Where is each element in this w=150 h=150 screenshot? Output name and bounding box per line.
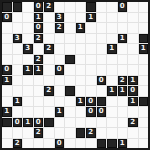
clue-cell-r4c10: 1 — [107, 44, 117, 54]
empty-cell-r12c10[interactable] — [107, 128, 117, 138]
clue-cell-r2c7: 1 — [76, 23, 86, 33]
clue-digit: 0 — [36, 3, 41, 10]
empty-cell-r2c9[interactable] — [97, 23, 107, 33]
empty-cell-r9c6[interactable] — [65, 97, 75, 107]
clue-digit: 0 — [88, 108, 93, 115]
empty-cell-r5c7[interactable] — [76, 55, 86, 65]
clue-digit: 1 — [36, 66, 41, 73]
wall-cell-r13c10 — [107, 139, 117, 149]
clue-cell-r0c3: 0 — [34, 2, 44, 12]
clue-cell-r13c1: 2 — [13, 139, 23, 149]
empty-cell-r4c11[interactable] — [118, 44, 128, 54]
clue-digit: 2 — [46, 45, 51, 52]
empty-cell-r3c7[interactable] — [76, 34, 86, 44]
empty-cell-r10c7[interactable] — [76, 107, 86, 117]
empty-cell-r3c9[interactable] — [97, 34, 107, 44]
empty-cell-r13c12[interactable] — [128, 139, 138, 149]
empty-cell-r5c2[interactable] — [23, 55, 33, 65]
empty-cell-r10c4[interactable] — [44, 107, 54, 117]
clue-digit: 1 — [120, 34, 125, 41]
clue-digit: 0 — [99, 108, 104, 115]
clue-cell-r13c11: 1 — [118, 139, 128, 149]
empty-cell-r11c9[interactable] — [97, 118, 107, 128]
wall-cell-r0c8 — [86, 2, 96, 12]
clue-cell-r0c4: 2 — [44, 2, 54, 12]
empty-cell-r12c0[interactable] — [2, 128, 12, 138]
clue-digit: 2 — [120, 76, 125, 83]
empty-cell-r5c4[interactable] — [44, 55, 54, 65]
empty-cell-r3c10[interactable] — [107, 34, 117, 44]
empty-cell-r4c6[interactable] — [65, 44, 75, 54]
wall-cell-r11c0 — [2, 118, 12, 128]
empty-cell-r5c10[interactable] — [107, 55, 117, 65]
wall-cell-r0c1 — [13, 2, 23, 12]
clue-digit: 1 — [109, 45, 114, 52]
clue-digit: 1 — [120, 139, 125, 146]
clue-cell-r2c3: 0 — [34, 23, 44, 33]
wall-cell-r3c13 — [139, 34, 149, 44]
empty-cell-r4c0[interactable] — [2, 44, 12, 54]
clue-cell-r1c5: 3 — [55, 13, 65, 23]
empty-cell-r2c2[interactable] — [23, 23, 33, 33]
clue-cell-r7c11: 2 — [118, 76, 128, 86]
empty-cell-r12c6[interactable] — [65, 128, 75, 138]
clue-cell-r11c1: 0 — [13, 118, 23, 128]
clue-digit: 0 — [36, 118, 41, 125]
empty-cell-r1c11[interactable] — [118, 13, 128, 23]
empty-cell-r10c10[interactable] — [107, 107, 117, 117]
wall-cell-r9c13 — [139, 97, 149, 107]
empty-cell-r5c13[interactable] — [139, 55, 149, 65]
empty-cell-r2c4[interactable] — [44, 23, 54, 33]
empty-cell-r9c2[interactable] — [23, 97, 33, 107]
wall-cell-r9c9 — [97, 97, 107, 107]
akari-board: 0200131021321321120110102121101101110001… — [0, 0, 150, 150]
clue-digit: 1 — [130, 97, 135, 104]
empty-cell-r6c13[interactable] — [139, 65, 149, 75]
empty-cell-r0c6[interactable] — [65, 2, 75, 12]
empty-cell-r12c12[interactable] — [128, 128, 138, 138]
empty-cell-r12c11[interactable] — [118, 128, 128, 138]
wall-cell-r12c7 — [76, 128, 86, 138]
clue-digit: 1 — [25, 118, 30, 125]
empty-cell-r10c13[interactable] — [139, 107, 149, 117]
empty-cell-r1c9[interactable] — [97, 13, 107, 23]
clue-digit: 1 — [88, 13, 93, 20]
empty-cell-r8c8[interactable] — [86, 86, 96, 96]
wall-cell-r0c0 — [2, 2, 12, 12]
empty-cell-r12c2[interactable] — [23, 128, 33, 138]
clue-cell-r9c8: 0 — [86, 97, 96, 107]
empty-cell-r3c4[interactable] — [44, 34, 54, 44]
empty-cell-r1c4[interactable] — [44, 13, 54, 23]
empty-cell-r4c3[interactable] — [34, 44, 44, 54]
empty-cell-r11c7[interactable] — [76, 118, 86, 128]
empty-cell-r10c11[interactable] — [118, 107, 128, 117]
empty-cell-r2c1[interactable] — [13, 23, 23, 33]
empty-cell-r13c6[interactable] — [65, 139, 75, 149]
empty-cell-r1c7[interactable] — [76, 13, 86, 23]
empty-cell-r7c8[interactable] — [86, 76, 96, 86]
clue-digit: 3 — [57, 13, 62, 20]
empty-cell-r2c12[interactable] — [128, 23, 138, 33]
clue-digit: 1 — [4, 76, 9, 83]
clue-cell-r9c12: 1 — [128, 97, 138, 107]
clue-cell-r6c2: 1 — [23, 65, 33, 75]
clue-cell-r6c3: 1 — [34, 65, 44, 75]
clue-cell-r7c9: 0 — [97, 76, 107, 86]
puzzle-screenshot: 0200131021321321120110102121101101110001… — [0, 0, 150, 150]
empty-cell-r8c0[interactable] — [2, 86, 12, 96]
clue-cell-r9c1: 1 — [13, 97, 23, 107]
clue-cell-r10c8: 0 — [86, 107, 96, 117]
empty-cell-r7c13[interactable] — [139, 76, 149, 86]
clue-digit: 2 — [36, 34, 41, 41]
empty-cell-r1c12[interactable] — [128, 13, 138, 23]
empty-cell-r2c11[interactable] — [118, 23, 128, 33]
empty-cell-r8c7[interactable] — [76, 86, 86, 96]
wall-cell-r13c9 — [97, 139, 107, 149]
clue-digit: 2 — [130, 118, 135, 125]
empty-cell-r11c10[interactable] — [107, 118, 117, 128]
empty-cell-r10c3[interactable] — [34, 107, 44, 117]
empty-cell-r10c2[interactable] — [23, 107, 33, 117]
clue-cell-r13c5: 0 — [55, 139, 65, 149]
empty-cell-r1c13[interactable] — [139, 13, 149, 23]
empty-cell-r5c8[interactable] — [86, 55, 96, 65]
clue-cell-r7c0: 1 — [2, 76, 12, 86]
clue-digit: 0 — [88, 97, 93, 104]
clue-digit: 1 — [36, 13, 41, 20]
clue-digit: 1 — [78, 97, 83, 104]
clue-cell-r11c12: 2 — [128, 118, 138, 128]
empty-cell-r4c5[interactable] — [55, 44, 65, 54]
clue-cell-r8c12: 0 — [128, 86, 138, 96]
empty-cell-r6c11[interactable] — [118, 65, 128, 75]
empty-cell-r12c1[interactable] — [13, 128, 23, 138]
clue-cell-r9c7: 1 — [76, 97, 86, 107]
wall-cell-r8c6 — [65, 86, 75, 96]
clue-digit: 2 — [36, 129, 41, 136]
empty-cell-r0c7[interactable] — [76, 2, 86, 12]
empty-cell-r4c12[interactable] — [128, 44, 138, 54]
clue-cell-r10c5: 1 — [55, 107, 65, 117]
empty-cell-r12c13[interactable] — [139, 128, 149, 138]
empty-cell-r12c9[interactable] — [97, 128, 107, 138]
empty-cell-r4c1[interactable] — [13, 44, 23, 54]
clue-digit: 1 — [25, 66, 30, 73]
clue-cell-r12c3: 2 — [34, 128, 44, 138]
empty-cell-r1c1[interactable] — [13, 13, 23, 23]
clue-digit: 0 — [130, 87, 135, 94]
clue-digit: 1 — [130, 76, 135, 83]
empty-cell-r5c9[interactable] — [97, 55, 107, 65]
clue-cell-r6c0: 0 — [2, 65, 12, 75]
clue-digit: 1 — [78, 24, 83, 31]
empty-cell-r13c4[interactable] — [44, 139, 54, 149]
clue-digit: 0 — [99, 76, 104, 83]
empty-cell-r11c6[interactable] — [65, 118, 75, 128]
empty-cell-r5c11[interactable] — [118, 55, 128, 65]
clue-digit: 1 — [15, 97, 20, 104]
clue-digit: 2 — [46, 3, 51, 10]
clue-digit: 0 — [15, 118, 20, 125]
empty-cell-r2c6[interactable] — [65, 23, 75, 33]
empty-cell-r0c5[interactable] — [55, 2, 65, 12]
empty-cell-r11c13[interactable] — [139, 118, 149, 128]
clue-cell-r4c2: 3 — [23, 44, 33, 54]
empty-cell-r13c0[interactable] — [2, 139, 12, 149]
empty-cell-r1c10[interactable] — [107, 13, 117, 23]
empty-cell-r3c12[interactable] — [128, 34, 138, 44]
clue-cell-r3c3: 2 — [34, 34, 44, 44]
clue-digit: 2 — [36, 55, 41, 62]
empty-cell-r12c4[interactable] — [44, 128, 54, 138]
empty-cell-r6c10[interactable] — [107, 65, 117, 75]
empty-cell-r11c11[interactable] — [118, 118, 128, 128]
empty-cell-r2c10[interactable] — [107, 23, 117, 33]
clue-cell-r3c11: 1 — [118, 34, 128, 44]
empty-cell-r4c8[interactable] — [86, 44, 96, 54]
empty-cell-r6c6[interactable] — [65, 65, 75, 75]
clue-cell-r8c10: 1 — [107, 86, 117, 96]
clue-cell-r8c11: 1 — [118, 86, 128, 96]
clue-digit: 0 — [57, 66, 62, 73]
empty-cell-r7c5[interactable] — [55, 76, 65, 86]
clue-cell-r4c4: 2 — [44, 44, 54, 54]
empty-cell-r11c8[interactable] — [86, 118, 96, 128]
empty-cell-r13c13[interactable] — [139, 139, 149, 149]
empty-cell-r10c6[interactable] — [65, 107, 75, 117]
empty-cell-r1c6[interactable] — [65, 13, 75, 23]
clue-cell-r10c0: 1 — [2, 107, 12, 117]
empty-cell-r7c2[interactable] — [23, 76, 33, 86]
empty-cell-r2c0[interactable] — [2, 23, 12, 33]
clue-cell-r12c8: 2 — [86, 128, 96, 138]
clue-digit: 0 — [4, 66, 9, 73]
clue-digit: 2 — [57, 24, 62, 31]
clue-digit: 1 — [109, 87, 114, 94]
empty-cell-r3c6[interactable] — [65, 34, 75, 44]
empty-cell-r0c10[interactable] — [107, 2, 117, 12]
clue-digit: 1 — [57, 108, 62, 115]
empty-cell-r6c1[interactable] — [13, 65, 23, 75]
empty-cell-r8c2[interactable] — [23, 86, 33, 96]
empty-cell-r9c3[interactable] — [34, 97, 44, 107]
empty-cell-r9c10[interactable] — [107, 97, 117, 107]
empty-cell-r8c1[interactable] — [13, 86, 23, 96]
empty-cell-r0c13[interactable] — [139, 2, 149, 12]
clue-cell-r4c13: 1 — [139, 44, 149, 54]
empty-cell-r3c8[interactable] — [86, 34, 96, 44]
clue-digit: 3 — [15, 34, 20, 41]
empty-cell-r6c7[interactable] — [76, 65, 86, 75]
clue-cell-r1c3: 1 — [34, 13, 44, 23]
clue-digit: 1 — [141, 45, 146, 52]
clue-digit: 0 — [57, 139, 62, 146]
clue-cell-r8c4: 2 — [44, 86, 54, 96]
empty-cell-r3c5[interactable] — [55, 34, 65, 44]
empty-cell-r7c1[interactable] — [13, 76, 23, 86]
empty-cell-r9c11[interactable] — [118, 97, 128, 107]
empty-cell-r8c3[interactable] — [34, 86, 44, 96]
empty-cell-r6c9[interactable] — [97, 65, 107, 75]
clue-digit: 1 — [120, 87, 125, 94]
empty-cell-r0c2[interactable] — [23, 2, 33, 12]
empty-cell-r1c2[interactable] — [23, 13, 33, 23]
empty-cell-r6c4[interactable] — [44, 65, 54, 75]
clue-digit: 0 — [4, 13, 9, 20]
clue-digit: 2 — [46, 87, 51, 94]
empty-cell-r4c9[interactable] — [97, 44, 107, 54]
wall-cell-r5c6 — [65, 55, 75, 65]
clue-digit: 1 — [4, 108, 9, 115]
empty-cell-r7c6[interactable] — [65, 76, 75, 86]
clue-cell-r7c12: 1 — [128, 76, 138, 86]
empty-cell-r7c3[interactable] — [34, 76, 44, 86]
empty-cell-r5c0[interactable] — [2, 55, 12, 65]
clue-digit: 0 — [36, 24, 41, 31]
empty-cell-r11c5[interactable] — [55, 118, 65, 128]
clue-digit: 2 — [15, 139, 20, 146]
empty-cell-r13c3[interactable] — [34, 139, 44, 149]
empty-cell-r13c8[interactable] — [86, 139, 96, 149]
wall-cell-r11c4 — [44, 118, 54, 128]
empty-cell-r5c1[interactable] — [13, 55, 23, 65]
empty-cell-r2c13[interactable] — [139, 23, 149, 33]
clue-cell-r1c0: 0 — [2, 13, 12, 23]
empty-cell-r8c9[interactable] — [97, 86, 107, 96]
clue-cell-r11c3: 0 — [34, 118, 44, 128]
empty-cell-r4c7[interactable] — [76, 44, 86, 54]
empty-cell-r9c4[interactable] — [44, 97, 54, 107]
empty-cell-r5c12[interactable] — [128, 55, 138, 65]
empty-cell-r10c1[interactable] — [13, 107, 23, 117]
clue-cell-r10c9: 0 — [97, 107, 107, 117]
empty-cell-r3c2[interactable] — [23, 34, 33, 44]
empty-cell-r6c8[interactable] — [86, 65, 96, 75]
clue-cell-r3c1: 3 — [13, 34, 23, 44]
empty-cell-r5c5[interactable] — [55, 55, 65, 65]
empty-cell-r7c4[interactable] — [44, 76, 54, 86]
clue-cell-r2c5: 2 — [55, 23, 65, 33]
clue-digit: 0 — [120, 3, 125, 10]
empty-cell-r6c12[interactable] — [128, 65, 138, 75]
clue-cell-r5c3: 2 — [34, 55, 44, 65]
empty-cell-r2c8[interactable] — [86, 23, 96, 33]
empty-cell-r8c5[interactable] — [55, 86, 65, 96]
empty-cell-r7c10[interactable] — [107, 76, 117, 86]
clue-cell-r11c2: 1 — [23, 118, 33, 128]
clue-digit: 3 — [25, 45, 30, 52]
empty-cell-r7c7[interactable] — [76, 76, 86, 86]
empty-cell-r8c13[interactable] — [139, 86, 149, 96]
empty-cell-r0c9[interactable] — [97, 2, 107, 12]
empty-cell-r0c12[interactable] — [128, 2, 138, 12]
empty-cell-r9c0[interactable] — [2, 97, 12, 107]
empty-cell-r10c12[interactable] — [128, 107, 138, 117]
empty-cell-r13c2[interactable] — [23, 139, 33, 149]
empty-cell-r12c5[interactable] — [55, 128, 65, 138]
empty-cell-r9c5[interactable] — [55, 97, 65, 107]
clue-digit: 2 — [88, 129, 93, 136]
clue-cell-r1c8: 1 — [86, 13, 96, 23]
empty-cell-r3c0[interactable] — [2, 34, 12, 44]
clue-cell-r0c11: 0 — [118, 2, 128, 12]
empty-cell-r13c7[interactable] — [76, 139, 86, 149]
clue-cell-r6c5: 0 — [55, 65, 65, 75]
